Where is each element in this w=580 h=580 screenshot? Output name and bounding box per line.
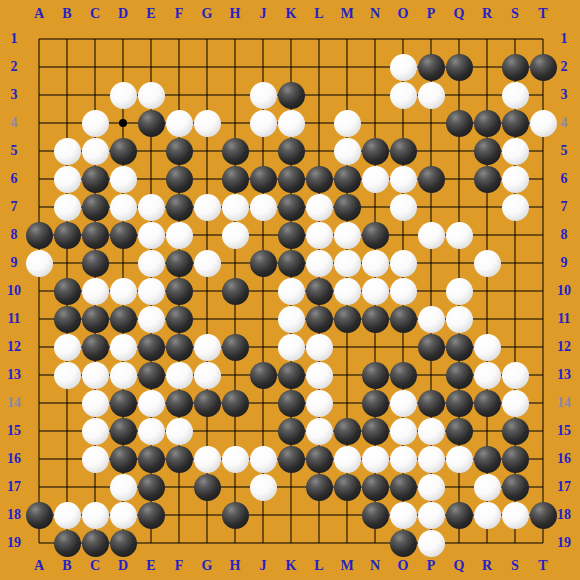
intersection-P15[interactable] [417, 417, 445, 445]
intersection-J15[interactable] [249, 417, 277, 445]
intersection-F4[interactable] [165, 109, 193, 137]
intersection-T8[interactable] [529, 221, 557, 249]
intersection-H2[interactable] [221, 53, 249, 81]
intersection-T19[interactable] [529, 529, 557, 557]
intersection-M16[interactable] [333, 445, 361, 473]
intersection-E7[interactable] [137, 193, 165, 221]
intersection-A8[interactable] [25, 221, 53, 249]
intersection-P13[interactable] [417, 361, 445, 389]
intersection-B7[interactable] [53, 193, 81, 221]
intersection-T17[interactable] [529, 473, 557, 501]
intersection-M5[interactable] [333, 137, 361, 165]
intersection-C10[interactable] [81, 277, 109, 305]
intersection-O17[interactable] [389, 473, 417, 501]
intersection-G16[interactable] [193, 445, 221, 473]
intersection-K6[interactable] [277, 165, 305, 193]
intersection-Q15[interactable] [445, 417, 473, 445]
intersection-D10[interactable] [109, 277, 137, 305]
intersection-J3[interactable] [249, 81, 277, 109]
intersection-D8[interactable] [109, 221, 137, 249]
intersection-T11[interactable] [529, 305, 557, 333]
intersection-T14[interactable] [529, 389, 557, 417]
intersection-F12[interactable] [165, 333, 193, 361]
intersection-G19[interactable] [193, 529, 221, 557]
intersection-C18[interactable] [81, 501, 109, 529]
intersection-K1[interactable] [277, 25, 305, 53]
intersection-D2[interactable] [109, 53, 137, 81]
intersection-S10[interactable] [501, 277, 529, 305]
intersection-P2[interactable] [417, 53, 445, 81]
intersection-O6[interactable] [389, 165, 417, 193]
intersection-F2[interactable] [165, 53, 193, 81]
intersection-A17[interactable] [25, 473, 53, 501]
intersection-T13[interactable] [529, 361, 557, 389]
intersection-G12[interactable] [193, 333, 221, 361]
intersection-M8[interactable] [333, 221, 361, 249]
intersection-J7[interactable] [249, 193, 277, 221]
intersection-B1[interactable] [53, 25, 81, 53]
intersection-O15[interactable] [389, 417, 417, 445]
intersection-N16[interactable] [361, 445, 389, 473]
intersection-L12[interactable] [305, 333, 333, 361]
intersection-E13[interactable] [137, 361, 165, 389]
intersection-G2[interactable] [193, 53, 221, 81]
intersection-S12[interactable] [501, 333, 529, 361]
intersection-O9[interactable] [389, 249, 417, 277]
intersection-A11[interactable] [25, 305, 53, 333]
intersection-E17[interactable] [137, 473, 165, 501]
intersection-N18[interactable] [361, 501, 389, 529]
intersection-N6[interactable] [361, 165, 389, 193]
intersection-D5[interactable] [109, 137, 137, 165]
intersection-L16[interactable] [305, 445, 333, 473]
intersection-A14[interactable] [25, 389, 53, 417]
intersection-C14[interactable] [81, 389, 109, 417]
intersection-P19[interactable] [417, 529, 445, 557]
intersection-E11[interactable] [137, 305, 165, 333]
intersection-D3[interactable] [109, 81, 137, 109]
intersection-M6[interactable] [333, 165, 361, 193]
intersection-Q10[interactable] [445, 277, 473, 305]
intersection-P5[interactable] [417, 137, 445, 165]
intersection-C15[interactable] [81, 417, 109, 445]
intersection-F18[interactable] [165, 501, 193, 529]
intersection-K3[interactable] [277, 81, 305, 109]
intersection-K12[interactable] [277, 333, 305, 361]
intersection-D12[interactable] [109, 333, 137, 361]
intersection-J12[interactable] [249, 333, 277, 361]
intersection-O12[interactable] [389, 333, 417, 361]
intersection-N10[interactable] [361, 277, 389, 305]
intersection-P8[interactable] [417, 221, 445, 249]
intersection-C17[interactable] [81, 473, 109, 501]
intersection-P1[interactable] [417, 25, 445, 53]
intersection-E12[interactable] [137, 333, 165, 361]
intersection-L13[interactable] [305, 361, 333, 389]
intersection-M15[interactable] [333, 417, 361, 445]
intersection-J11[interactable] [249, 305, 277, 333]
intersection-O14[interactable] [389, 389, 417, 417]
intersection-O11[interactable] [389, 305, 417, 333]
intersection-N9[interactable] [361, 249, 389, 277]
intersection-P3[interactable] [417, 81, 445, 109]
intersection-O3[interactable] [389, 81, 417, 109]
intersection-S19[interactable] [501, 529, 529, 557]
intersection-G15[interactable] [193, 417, 221, 445]
intersection-N2[interactable] [361, 53, 389, 81]
intersection-N13[interactable] [361, 361, 389, 389]
intersection-E14[interactable] [137, 389, 165, 417]
intersection-O19[interactable] [389, 529, 417, 557]
intersection-B6[interactable] [53, 165, 81, 193]
intersection-P9[interactable] [417, 249, 445, 277]
intersection-F1[interactable] [165, 25, 193, 53]
intersection-B3[interactable] [53, 81, 81, 109]
intersection-P10[interactable] [417, 277, 445, 305]
intersection-G14[interactable] [193, 389, 221, 417]
intersection-H18[interactable] [221, 501, 249, 529]
intersection-F5[interactable] [165, 137, 193, 165]
intersection-S5[interactable] [501, 137, 529, 165]
intersection-D16[interactable] [109, 445, 137, 473]
intersection-P16[interactable] [417, 445, 445, 473]
intersection-B2[interactable] [53, 53, 81, 81]
intersection-D7[interactable] [109, 193, 137, 221]
intersection-H11[interactable] [221, 305, 249, 333]
intersection-C13[interactable] [81, 361, 109, 389]
intersection-T18[interactable] [529, 501, 557, 529]
intersection-H6[interactable] [221, 165, 249, 193]
intersection-L19[interactable] [305, 529, 333, 557]
intersection-M2[interactable] [333, 53, 361, 81]
intersection-P6[interactable] [417, 165, 445, 193]
intersection-D14[interactable] [109, 389, 137, 417]
intersection-F13[interactable] [165, 361, 193, 389]
intersection-M12[interactable] [333, 333, 361, 361]
intersection-P18[interactable] [417, 501, 445, 529]
intersection-B19[interactable] [53, 529, 81, 557]
intersection-Q3[interactable] [445, 81, 473, 109]
intersection-M1[interactable] [333, 25, 361, 53]
intersection-S13[interactable] [501, 361, 529, 389]
intersection-Q6[interactable] [445, 165, 473, 193]
intersection-J18[interactable] [249, 501, 277, 529]
intersection-R13[interactable] [473, 361, 501, 389]
intersection-P4[interactable] [417, 109, 445, 137]
intersection-D18[interactable] [109, 501, 137, 529]
intersection-H15[interactable] [221, 417, 249, 445]
intersection-N19[interactable] [361, 529, 389, 557]
intersection-F14[interactable] [165, 389, 193, 417]
intersection-E1[interactable] [137, 25, 165, 53]
intersection-K5[interactable] [277, 137, 305, 165]
intersection-G17[interactable] [193, 473, 221, 501]
intersection-L2[interactable] [305, 53, 333, 81]
intersection-G7[interactable] [193, 193, 221, 221]
intersection-T9[interactable] [529, 249, 557, 277]
intersection-S2[interactable] [501, 53, 529, 81]
intersection-F8[interactable] [165, 221, 193, 249]
intersection-D15[interactable] [109, 417, 137, 445]
intersection-T2[interactable] [529, 53, 557, 81]
intersection-P17[interactable] [417, 473, 445, 501]
intersection-L3[interactable] [305, 81, 333, 109]
intersection-R18[interactable] [473, 501, 501, 529]
intersection-N12[interactable] [361, 333, 389, 361]
intersection-H13[interactable] [221, 361, 249, 389]
intersection-S6[interactable] [501, 165, 529, 193]
intersection-S15[interactable] [501, 417, 529, 445]
intersection-E10[interactable] [137, 277, 165, 305]
intersection-R19[interactable] [473, 529, 501, 557]
intersection-K9[interactable] [277, 249, 305, 277]
intersection-D13[interactable] [109, 361, 137, 389]
intersection-C1[interactable] [81, 25, 109, 53]
intersection-M3[interactable] [333, 81, 361, 109]
intersection-S17[interactable] [501, 473, 529, 501]
intersection-E8[interactable] [137, 221, 165, 249]
intersection-B9[interactable] [53, 249, 81, 277]
intersection-A13[interactable] [25, 361, 53, 389]
intersection-M4[interactable] [333, 109, 361, 137]
intersection-Q2[interactable] [445, 53, 473, 81]
intersection-K13[interactable] [277, 361, 305, 389]
intersection-B16[interactable] [53, 445, 81, 473]
intersection-A15[interactable] [25, 417, 53, 445]
intersection-G8[interactable] [193, 221, 221, 249]
intersection-E9[interactable] [137, 249, 165, 277]
intersection-S14[interactable] [501, 389, 529, 417]
intersection-K14[interactable] [277, 389, 305, 417]
intersection-A6[interactable] [25, 165, 53, 193]
intersection-F3[interactable] [165, 81, 193, 109]
intersection-G13[interactable] [193, 361, 221, 389]
intersection-H10[interactable] [221, 277, 249, 305]
intersection-B5[interactable] [53, 137, 81, 165]
intersection-M10[interactable] [333, 277, 361, 305]
intersection-R10[interactable] [473, 277, 501, 305]
intersection-F9[interactable] [165, 249, 193, 277]
intersection-C3[interactable] [81, 81, 109, 109]
intersection-E6[interactable] [137, 165, 165, 193]
intersection-H7[interactable] [221, 193, 249, 221]
intersection-O2[interactable] [389, 53, 417, 81]
intersection-G11[interactable] [193, 305, 221, 333]
intersection-B12[interactable] [53, 333, 81, 361]
intersection-J2[interactable] [249, 53, 277, 81]
intersection-C8[interactable] [81, 221, 109, 249]
intersection-D11[interactable] [109, 305, 137, 333]
intersection-S11[interactable] [501, 305, 529, 333]
intersection-L9[interactable] [305, 249, 333, 277]
intersection-B8[interactable] [53, 221, 81, 249]
intersection-R16[interactable] [473, 445, 501, 473]
intersection-L18[interactable] [305, 501, 333, 529]
intersection-R12[interactable] [473, 333, 501, 361]
intersection-O13[interactable] [389, 361, 417, 389]
intersection-H8[interactable] [221, 221, 249, 249]
intersection-S1[interactable] [501, 25, 529, 53]
intersection-J8[interactable] [249, 221, 277, 249]
intersection-T4[interactable] [529, 109, 557, 137]
intersection-J9[interactable] [249, 249, 277, 277]
intersection-J16[interactable] [249, 445, 277, 473]
intersection-R11[interactable] [473, 305, 501, 333]
intersection-J6[interactable] [249, 165, 277, 193]
intersection-M19[interactable] [333, 529, 361, 557]
intersection-E18[interactable] [137, 501, 165, 529]
intersection-P7[interactable] [417, 193, 445, 221]
intersection-D17[interactable] [109, 473, 137, 501]
intersection-C16[interactable] [81, 445, 109, 473]
intersection-B15[interactable] [53, 417, 81, 445]
intersection-F19[interactable] [165, 529, 193, 557]
intersection-P11[interactable] [417, 305, 445, 333]
intersection-T5[interactable] [529, 137, 557, 165]
intersection-B10[interactable] [53, 277, 81, 305]
intersection-G4[interactable] [193, 109, 221, 137]
intersection-J5[interactable] [249, 137, 277, 165]
intersection-B13[interactable] [53, 361, 81, 389]
intersection-H9[interactable] [221, 249, 249, 277]
intersection-N15[interactable] [361, 417, 389, 445]
intersection-T16[interactable] [529, 445, 557, 473]
intersection-L8[interactable] [305, 221, 333, 249]
intersection-L7[interactable] [305, 193, 333, 221]
intersection-A16[interactable] [25, 445, 53, 473]
intersection-F17[interactable] [165, 473, 193, 501]
intersection-K17[interactable] [277, 473, 305, 501]
intersection-Q18[interactable] [445, 501, 473, 529]
intersection-T3[interactable] [529, 81, 557, 109]
intersection-R2[interactable] [473, 53, 501, 81]
intersection-H1[interactable] [221, 25, 249, 53]
intersection-T6[interactable] [529, 165, 557, 193]
intersection-O18[interactable] [389, 501, 417, 529]
intersection-L17[interactable] [305, 473, 333, 501]
intersection-C7[interactable] [81, 193, 109, 221]
intersection-N1[interactable] [361, 25, 389, 53]
intersection-A5[interactable] [25, 137, 53, 165]
intersection-S9[interactable] [501, 249, 529, 277]
intersection-Q1[interactable] [445, 25, 473, 53]
intersection-K18[interactable] [277, 501, 305, 529]
intersection-Q7[interactable] [445, 193, 473, 221]
intersection-R15[interactable] [473, 417, 501, 445]
intersection-D9[interactable] [109, 249, 137, 277]
intersection-O4[interactable] [389, 109, 417, 137]
intersection-L4[interactable] [305, 109, 333, 137]
intersection-N14[interactable] [361, 389, 389, 417]
intersection-R17[interactable] [473, 473, 501, 501]
intersection-F6[interactable] [165, 165, 193, 193]
intersection-H12[interactable] [221, 333, 249, 361]
intersection-Q9[interactable] [445, 249, 473, 277]
intersection-N11[interactable] [361, 305, 389, 333]
intersection-B18[interactable] [53, 501, 81, 529]
intersection-Q5[interactable] [445, 137, 473, 165]
intersection-M7[interactable] [333, 193, 361, 221]
intersection-A18[interactable] [25, 501, 53, 529]
intersection-C12[interactable] [81, 333, 109, 361]
intersection-S18[interactable] [501, 501, 529, 529]
intersection-L10[interactable] [305, 277, 333, 305]
intersection-B11[interactable] [53, 305, 81, 333]
intersection-C11[interactable] [81, 305, 109, 333]
intersection-C2[interactable] [81, 53, 109, 81]
intersection-C19[interactable] [81, 529, 109, 557]
intersection-A19[interactable] [25, 529, 53, 557]
intersection-R8[interactable] [473, 221, 501, 249]
intersection-T10[interactable] [529, 277, 557, 305]
intersection-G9[interactable] [193, 249, 221, 277]
intersection-K10[interactable] [277, 277, 305, 305]
intersection-K15[interactable] [277, 417, 305, 445]
intersection-A12[interactable] [25, 333, 53, 361]
intersection-K16[interactable] [277, 445, 305, 473]
intersection-A2[interactable] [25, 53, 53, 81]
intersection-H19[interactable] [221, 529, 249, 557]
intersection-Q4[interactable] [445, 109, 473, 137]
intersection-L14[interactable] [305, 389, 333, 417]
intersection-M18[interactable] [333, 501, 361, 529]
intersection-K19[interactable] [277, 529, 305, 557]
intersection-J4[interactable] [249, 109, 277, 137]
intersection-D4[interactable] [109, 109, 137, 137]
intersection-P14[interactable] [417, 389, 445, 417]
intersection-B14[interactable] [53, 389, 81, 417]
intersection-O16[interactable] [389, 445, 417, 473]
intersection-J10[interactable] [249, 277, 277, 305]
intersection-H5[interactable] [221, 137, 249, 165]
intersection-Q11[interactable] [445, 305, 473, 333]
intersection-G1[interactable] [193, 25, 221, 53]
intersection-A3[interactable] [25, 81, 53, 109]
intersection-J19[interactable] [249, 529, 277, 557]
intersection-S16[interactable] [501, 445, 529, 473]
intersection-Q14[interactable] [445, 389, 473, 417]
intersection-M17[interactable] [333, 473, 361, 501]
intersection-F7[interactable] [165, 193, 193, 221]
intersection-E2[interactable] [137, 53, 165, 81]
intersection-D6[interactable] [109, 165, 137, 193]
intersection-K8[interactable] [277, 221, 305, 249]
intersection-E4[interactable] [137, 109, 165, 137]
intersection-Q17[interactable] [445, 473, 473, 501]
intersection-F16[interactable] [165, 445, 193, 473]
intersection-A10[interactable] [25, 277, 53, 305]
intersection-J17[interactable] [249, 473, 277, 501]
intersection-K7[interactable] [277, 193, 305, 221]
intersection-O7[interactable] [389, 193, 417, 221]
intersection-E3[interactable] [137, 81, 165, 109]
intersection-O5[interactable] [389, 137, 417, 165]
intersection-A1[interactable] [25, 25, 53, 53]
intersection-M14[interactable] [333, 389, 361, 417]
intersection-A9[interactable] [25, 249, 53, 277]
intersection-N7[interactable] [361, 193, 389, 221]
intersection-N5[interactable] [361, 137, 389, 165]
intersection-H3[interactable] [221, 81, 249, 109]
intersection-G3[interactable] [193, 81, 221, 109]
intersection-R14[interactable] [473, 389, 501, 417]
intersection-J1[interactable] [249, 25, 277, 53]
intersection-L5[interactable] [305, 137, 333, 165]
intersection-O8[interactable] [389, 221, 417, 249]
intersection-O10[interactable] [389, 277, 417, 305]
intersection-D19[interactable] [109, 529, 137, 557]
intersection-P12[interactable] [417, 333, 445, 361]
